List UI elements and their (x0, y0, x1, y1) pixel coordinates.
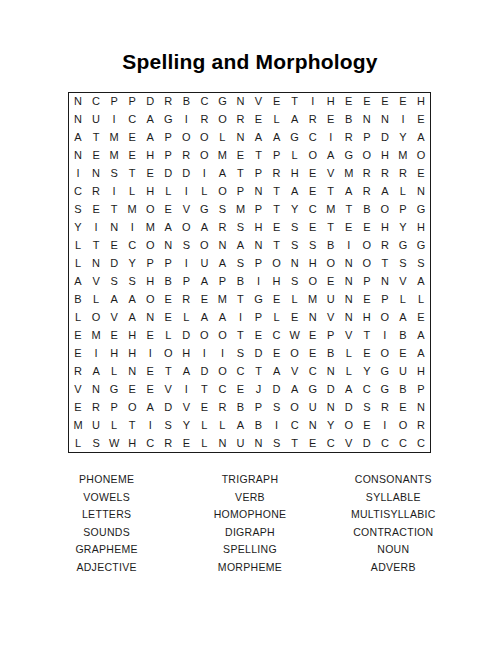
grid-cell: I (340, 237, 358, 255)
word-list-item: CONSONANTS (355, 471, 432, 489)
grid-cell: L (268, 111, 286, 129)
grid-cell: R (376, 398, 394, 416)
grid-cell: V (340, 326, 358, 344)
grid-cell: S (304, 237, 322, 255)
grid-cell: O (286, 398, 304, 416)
grid-cell: P (376, 290, 394, 308)
grid-cell: M (304, 290, 322, 308)
grid-cell: E (123, 147, 141, 165)
grid-cell: H (141, 183, 159, 201)
grid-cell: T (286, 434, 304, 452)
grid-cell: H (177, 344, 195, 362)
grid-cell: I (177, 255, 195, 273)
grid-cell: I (195, 344, 213, 362)
grid-cell: E (304, 434, 322, 452)
grid-cell: U (231, 434, 249, 452)
grid-cell: R (87, 183, 105, 201)
grid-cell: U (394, 362, 412, 380)
grid-cell: P (231, 183, 249, 201)
grid-cell: B (322, 344, 340, 362)
word-list-column-2: TRIGRAPHVERBHOMOPHONEDIGRAPHSPELLINGMORP… (178, 471, 321, 576)
grid-cell: O (141, 201, 159, 219)
grid-cell: S (213, 201, 231, 219)
grid-cell: A (231, 237, 249, 255)
word-list-item: SYLLABLE (366, 489, 421, 507)
grid-cell: G (412, 237, 430, 255)
grid-cell: O (213, 183, 231, 201)
grid-cell: M (213, 290, 231, 308)
grid-cell: G (394, 237, 412, 255)
grid-cell: D (105, 255, 123, 273)
grid-cell: L (213, 129, 231, 147)
grid-cell: L (87, 290, 105, 308)
word-list-item: LETTERS (82, 506, 131, 524)
grid-cell: V (177, 398, 195, 416)
grid-cell: C (358, 380, 376, 398)
grid-cell: M (123, 201, 141, 219)
grid-cell: S (358, 398, 376, 416)
grid-cell: V (177, 201, 195, 219)
grid-cell: O (213, 111, 231, 129)
grid-cell: E (304, 183, 322, 201)
grid-cell: H (376, 147, 394, 165)
grid-cell: A (412, 129, 430, 147)
grid-cell: D (141, 93, 159, 111)
grid-cell: N (249, 434, 267, 452)
grid-cell: L (286, 290, 304, 308)
grid-cell: C (195, 93, 213, 111)
grid-cell: R (340, 129, 358, 147)
grid-cell: M (231, 201, 249, 219)
grid-cell: O (141, 237, 159, 255)
grid-cell: P (141, 255, 159, 273)
grid-cell: V (159, 380, 177, 398)
grid-cell: G (340, 147, 358, 165)
grid-cell: E (376, 93, 394, 111)
grid-cell: T (286, 93, 304, 111)
grid-cell: L (105, 416, 123, 434)
grid-cell: S (87, 434, 105, 452)
grid-cell: A (286, 111, 304, 129)
grid-cell: I (105, 183, 123, 201)
grid-cell: T (340, 201, 358, 219)
grid-cell: G (195, 201, 213, 219)
grid-cell: I (177, 183, 195, 201)
grid-cell: E (358, 219, 376, 237)
grid-cell: A (412, 273, 430, 291)
grid-cell: L (213, 416, 231, 434)
grid-cell: D (159, 165, 177, 183)
grid-cell: L (123, 183, 141, 201)
grid-cell: G (213, 93, 231, 111)
grid-cell: P (105, 93, 123, 111)
grid-cell: B (394, 326, 412, 344)
grid-cell: O (286, 344, 304, 362)
grid-cell: E (340, 93, 358, 111)
grid-cell: O (304, 273, 322, 291)
grid-cell: B (340, 111, 358, 129)
grid-cell: I (268, 416, 286, 434)
grid-cell: P (268, 147, 286, 165)
grid-cell: A (249, 129, 267, 147)
grid-cell: L (195, 183, 213, 201)
grid-cell: O (268, 255, 286, 273)
grid-cell: N (376, 111, 394, 129)
grid-cell: A (376, 183, 394, 201)
grid-cell: N (213, 434, 231, 452)
grid-cell: E (268, 93, 286, 111)
grid-cell: A (268, 129, 286, 147)
grid-cell: T (322, 183, 340, 201)
grid-cell: N (87, 165, 105, 183)
grid-cell: E (159, 308, 177, 326)
grid-cell: R (268, 165, 286, 183)
grid-cell: P (412, 380, 430, 398)
grid-cell: V (69, 380, 87, 398)
grid-cell: R (394, 165, 412, 183)
grid-cell: H (249, 219, 267, 237)
grid-cell: Y (69, 219, 87, 237)
grid-cell: P (249, 201, 267, 219)
grid-cell: H (412, 219, 430, 237)
grid-cell: G (304, 380, 322, 398)
grid-cell: M (69, 416, 87, 434)
grid-cell: N (412, 398, 430, 416)
grid-cell: P (394, 201, 412, 219)
word-list-item: DIGRAPH (225, 524, 275, 542)
grid-cell: A (340, 183, 358, 201)
grid-cell: E (412, 111, 430, 129)
grid-cell: G (249, 290, 267, 308)
grid-cell: T (268, 201, 286, 219)
grid-cell: R (358, 183, 376, 201)
grid-cell: E (231, 147, 249, 165)
grid-cell: O (141, 290, 159, 308)
grid-cell: A (231, 416, 249, 434)
grid-cell: L (159, 183, 177, 201)
grid-cell: E (195, 398, 213, 416)
grid-cell: P (322, 326, 340, 344)
grid-cell: A (159, 219, 177, 237)
grid-cell: P (249, 255, 267, 273)
grid-cell: S (231, 255, 249, 273)
grid-cell: N (231, 93, 249, 111)
grid-cell: A (141, 111, 159, 129)
grid-cell: L (69, 255, 87, 273)
grid-cell: O (123, 398, 141, 416)
grid-cell: E (195, 290, 213, 308)
grid-cell: D (249, 344, 267, 362)
grid-cell: E (412, 308, 430, 326)
grid-cell: N (412, 183, 430, 201)
grid-cell: S (394, 255, 412, 273)
grid-cell: B (231, 273, 249, 291)
grid-cell: L (394, 183, 412, 201)
grid-cell: C (69, 183, 87, 201)
grid-cell: Y (177, 416, 195, 434)
grid-cell: E (304, 326, 322, 344)
grid-cell: L (340, 362, 358, 380)
grid-cell: E (358, 344, 376, 362)
grid-cell: G (376, 362, 394, 380)
grid-cell: W (105, 434, 123, 452)
grid-cell: D (195, 362, 213, 380)
grid-cell: A (412, 344, 430, 362)
grid-cell: O (87, 308, 105, 326)
grid-cell: T (123, 416, 141, 434)
grid-cell: I (376, 326, 394, 344)
grid-cell: D (322, 380, 340, 398)
grid-cell: N (340, 308, 358, 326)
grid-cell: V (87, 273, 105, 291)
grid-cell: S (412, 255, 430, 273)
grid-cell: I (177, 111, 195, 129)
grid-cell: L (394, 290, 412, 308)
grid-cell: P (358, 273, 376, 291)
grid-cell: V (340, 434, 358, 452)
grid-cell: A (412, 326, 430, 344)
grid-cell: E (322, 273, 340, 291)
grid-cell: H (141, 273, 159, 291)
grid-cell: N (340, 255, 358, 273)
grid-cell: M (322, 201, 340, 219)
grid-cell: L (340, 344, 358, 362)
grid-cell: M (87, 326, 105, 344)
grid-cell: R (231, 111, 249, 129)
grid-cell: N (249, 183, 267, 201)
grid-cell: N (87, 380, 105, 398)
grid-cell: Y (394, 219, 412, 237)
grid-cell: T (105, 201, 123, 219)
grid-cell: C (394, 434, 412, 452)
grid-cell: C (268, 326, 286, 344)
grid-cell: N (213, 237, 231, 255)
grid-cell: E (394, 344, 412, 362)
grid-cell: G (159, 111, 177, 129)
grid-cell: E (304, 219, 322, 237)
grid-cell: T (249, 147, 267, 165)
grid-cell: N (358, 111, 376, 129)
grid-cell: I (394, 111, 412, 129)
grid-cell: R (213, 219, 231, 237)
grid-cell: A (286, 183, 304, 201)
grid-cell: A (394, 308, 412, 326)
grid-cell: C (141, 434, 159, 452)
grid-cell: E (123, 380, 141, 398)
grid-cell: H (322, 93, 340, 111)
grid-cell: E (268, 219, 286, 237)
grid-cell: E (249, 326, 267, 344)
grid-cell: L (286, 147, 304, 165)
grid-cell: P (105, 398, 123, 416)
grid-cell: N (322, 398, 340, 416)
grid-cell: S (69, 201, 87, 219)
word-list-item: PHONEME (79, 471, 134, 489)
grid-cell: U (195, 255, 213, 273)
grid-cell: G (376, 380, 394, 398)
grid-cell: Y (322, 416, 340, 434)
grid-cell: A (195, 219, 213, 237)
grid-cell: T (231, 326, 249, 344)
word-list-item: MORPHEME (218, 559, 282, 577)
grid-cell: J (249, 380, 267, 398)
word-list-column-3: CONSONANTSSYLLABLEMULTISYLLABICCONTRACTI… (322, 471, 465, 576)
grid-cell: C (376, 434, 394, 452)
grid-cell: P (159, 129, 177, 147)
grid-cell: C (213, 380, 231, 398)
grid-cell: M (340, 165, 358, 183)
grid-cell: R (195, 111, 213, 129)
grid-cell: E (322, 111, 340, 129)
grid-cell: O (376, 308, 394, 326)
grid-cell: Y (394, 129, 412, 147)
grid-cell: A (213, 308, 231, 326)
grid-cell: O (195, 147, 213, 165)
grid-cell: T (231, 290, 249, 308)
grid-cell: G (105, 380, 123, 398)
grid-cell: T (249, 362, 267, 380)
word-list-column-1: PHONEMEVOWELSLETTERSSOUNDSGRAPHEMEADJECT… (35, 471, 178, 576)
grid-cell: O (159, 344, 177, 362)
worksheet-page: Spelling and Morphology NCPPDRBCGNVETIHE… (0, 0, 500, 647)
grid-cell: N (286, 255, 304, 273)
grid-cell: H (123, 344, 141, 362)
grid-cell: A (69, 129, 87, 147)
grid-cell: I (195, 165, 213, 183)
word-list-item: GRAPHEME (75, 541, 138, 559)
grid-cell: E (358, 416, 376, 434)
grid-cell: N (69, 93, 87, 111)
word-list-item: HOMOPHONE (214, 506, 287, 524)
grid-cell: A (322, 147, 340, 165)
grid-cell: E (231, 380, 249, 398)
grid-cell: A (123, 290, 141, 308)
grid-cell: I (322, 129, 340, 147)
grid-cell: S (231, 344, 249, 362)
grid-cell: T (268, 237, 286, 255)
grid-cell: L (159, 326, 177, 344)
grid-cell: A (286, 380, 304, 398)
grid-cell: N (69, 111, 87, 129)
grid-cell: R (304, 111, 322, 129)
grid-cell: A (123, 308, 141, 326)
grid-cell: E (177, 434, 195, 452)
grid-cell: I (231, 308, 249, 326)
grid-cell: B (231, 398, 249, 416)
grid-cell: O (358, 237, 376, 255)
word-list-item: ADJECTIVE (76, 559, 136, 577)
grid-cell: E (358, 290, 376, 308)
grid-cell: R (412, 416, 430, 434)
grid-cell: I (213, 344, 231, 362)
grid-cell: O (213, 362, 231, 380)
grid-cell: E (123, 129, 141, 147)
word-list-item: VERB (235, 489, 265, 507)
grid-cell: R (358, 165, 376, 183)
grid-cell: N (304, 308, 322, 326)
grid-cell: L (195, 416, 213, 434)
grid-cell: I (69, 165, 87, 183)
grid-cell: I (123, 219, 141, 237)
grid-cell: T (322, 219, 340, 237)
grid-cell: A (195, 308, 213, 326)
grid-cell: O (412, 147, 430, 165)
grid-cell: E (304, 344, 322, 362)
grid-cell: E (268, 344, 286, 362)
grid-cell: V (322, 308, 340, 326)
grid-cell: A (195, 273, 213, 291)
grid-cell: H (412, 93, 430, 111)
grid-cell: S (105, 165, 123, 183)
grid-cell: E (159, 290, 177, 308)
grid-cell: V (322, 165, 340, 183)
grid-cell: H (268, 273, 286, 291)
grid-cell: I (105, 111, 123, 129)
grid-cell: E (304, 165, 322, 183)
grid-cell: C (304, 362, 322, 380)
grid-cell: U (322, 290, 340, 308)
grid-cell: C (412, 434, 430, 452)
grid-cell: H (304, 255, 322, 273)
grid-cell: T (159, 362, 177, 380)
grid-cell: O (177, 219, 195, 237)
grid-cell: R (213, 398, 231, 416)
grid-cell: E (69, 326, 87, 344)
grid-cell: N (376, 273, 394, 291)
grid-cell: E (69, 398, 87, 416)
grid-cell: E (105, 326, 123, 344)
grid-cell: R (69, 362, 87, 380)
word-list-item: SPELLING (223, 541, 277, 559)
grid-cell: E (268, 290, 286, 308)
word-list-item: SOUNDS (83, 524, 130, 542)
grid-cell: E (159, 201, 177, 219)
grid-cell: E (394, 398, 412, 416)
grid-cell: D (268, 380, 286, 398)
grid-cell: V (286, 362, 304, 380)
word-list-item: TRIGRAPH (222, 471, 279, 489)
grid-cell: A (105, 290, 123, 308)
grid-cell: D (159, 398, 177, 416)
grid-cell: T (358, 326, 376, 344)
grid-cell: O (394, 416, 412, 434)
grid-cell: H (141, 147, 159, 165)
grid-cell: W (286, 326, 304, 344)
grid-cell: O (195, 326, 213, 344)
grid-cell: A (268, 362, 286, 380)
grid-cell: R (87, 398, 105, 416)
word-list-item: NOUN (377, 541, 409, 559)
grid-cell: U (304, 398, 322, 416)
grid-cell: S (268, 398, 286, 416)
grid-cell: L (105, 362, 123, 380)
grid-cell: P (249, 308, 267, 326)
grid-cell: I (141, 344, 159, 362)
grid-cell: O (376, 201, 394, 219)
grid-cell: I (87, 219, 105, 237)
grid-cell: I (87, 344, 105, 362)
grid-cell: D (358, 434, 376, 452)
grid-cell: G (286, 129, 304, 147)
grid-cell: L (195, 434, 213, 452)
grid-cell: S (177, 237, 195, 255)
grid-cell: D (177, 326, 195, 344)
grid-cell: H (286, 165, 304, 183)
word-search-grid: NCPPDRBCGNVETIHEEEEHNUICAGIRORELAREBNNIE… (68, 92, 431, 453)
grid-cell: C (286, 416, 304, 434)
grid-cell: O (213, 326, 231, 344)
grid-cell: C (87, 93, 105, 111)
